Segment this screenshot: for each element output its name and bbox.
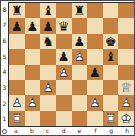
square-c2[interactable] xyxy=(40,95,56,110)
file-label-b: b xyxy=(24,127,40,135)
white-pawn: ♟♙ xyxy=(118,95,134,110)
square-e2[interactable] xyxy=(72,95,88,110)
square-d1[interactable] xyxy=(56,111,72,126)
square-c6[interactable]: ♞ xyxy=(40,34,56,49)
square-a1[interactable]: ♜♖ xyxy=(9,111,25,126)
square-g7[interactable] xyxy=(103,18,119,33)
square-e5[interactable]: ♟♙ xyxy=(72,49,88,64)
square-a5[interactable] xyxy=(9,49,25,64)
rank-label-1: 1 xyxy=(1,111,8,127)
file-label-c: c xyxy=(40,127,56,135)
black-rook: ♜ xyxy=(9,3,25,18)
square-h3[interactable]: ♛♕ xyxy=(118,80,134,95)
square-d2[interactable] xyxy=(56,95,72,110)
square-a3[interactable] xyxy=(9,80,25,95)
white-pawn: ♟♙ xyxy=(25,95,41,110)
square-f6[interactable] xyxy=(87,34,103,49)
square-f2[interactable]: ♟♙ xyxy=(87,95,103,110)
file-labels: abcdefgh xyxy=(8,127,135,135)
square-b6[interactable] xyxy=(25,34,41,49)
square-a7[interactable]: ♟ xyxy=(9,18,25,33)
square-b1[interactable] xyxy=(25,111,41,126)
rank-label-4: 4 xyxy=(1,65,8,81)
square-h6[interactable] xyxy=(118,34,134,49)
square-c1[interactable] xyxy=(40,111,56,126)
rank-label-7: 7 xyxy=(1,18,8,34)
square-f7[interactable] xyxy=(87,18,103,33)
square-a4[interactable] xyxy=(9,65,25,80)
square-b2[interactable]: ♟♙ xyxy=(25,95,41,110)
square-e8[interactable]: ♜ xyxy=(72,3,88,18)
file-label-f: f xyxy=(87,127,103,135)
square-h1[interactable]: ♚♔ xyxy=(118,111,134,126)
square-d8[interactable] xyxy=(56,3,72,18)
rank-label-3: 3 xyxy=(1,80,8,96)
square-c4[interactable] xyxy=(40,65,56,80)
board: ♜♝♜♟♟♟♛♞♟♚♟♟♙♝♟♙♟♟♙♛♕♟♙♟♙♟♙♟♙♜♖♜♖♚♔ xyxy=(8,2,135,127)
square-h5[interactable] xyxy=(118,49,134,64)
black-queen: ♛ xyxy=(56,18,72,33)
square-f3[interactable] xyxy=(87,80,103,95)
square-b5[interactable] xyxy=(25,49,41,64)
square-a2[interactable]: ♟♙ xyxy=(9,95,25,110)
black-pawn: ♟ xyxy=(40,18,56,33)
white-rook: ♜♖ xyxy=(9,111,25,126)
square-d7[interactable]: ♛ xyxy=(56,18,72,33)
black-pawn: ♟ xyxy=(56,49,72,64)
square-b3[interactable] xyxy=(25,80,41,95)
square-f8[interactable] xyxy=(87,3,103,18)
chess-diagram: 87654321 ♜♝♜♟♟♟♛♞♟♚♟♟♙♝♟♙♟♟♙♛♕♟♙♟♙♟♙♟♙♜♖… xyxy=(0,0,135,136)
black-pawn: ♟ xyxy=(87,65,103,80)
square-f1[interactable] xyxy=(87,111,103,126)
file-label-g: g xyxy=(103,127,119,135)
rank-labels: 87654321 xyxy=(1,2,8,127)
file-label-e: e xyxy=(72,127,88,135)
file-label-h: h xyxy=(119,127,135,135)
black-bishop: ♝ xyxy=(40,3,56,18)
rank-label-2: 2 xyxy=(1,96,8,112)
black-king: ♚ xyxy=(103,34,119,49)
rank-label-5: 5 xyxy=(1,49,8,65)
square-d4[interactable]: ♟♙ xyxy=(56,65,72,80)
square-a6[interactable] xyxy=(9,34,25,49)
file-label-a: a xyxy=(8,127,24,135)
black-pawn: ♟ xyxy=(9,18,25,33)
square-c5[interactable] xyxy=(40,49,56,64)
square-h2[interactable]: ♟♙ xyxy=(118,95,134,110)
square-a8[interactable]: ♜ xyxy=(9,3,25,18)
square-g1[interactable]: ♜♖ xyxy=(103,111,119,126)
square-c3[interactable]: ♟♙ xyxy=(40,80,56,95)
square-g4[interactable] xyxy=(103,65,119,80)
rank-label-6: 6 xyxy=(1,33,8,49)
square-d3[interactable] xyxy=(56,80,72,95)
white-queen: ♛♕ xyxy=(118,80,134,95)
square-g5[interactable]: ♝ xyxy=(103,49,119,64)
black-knight: ♞ xyxy=(40,34,56,49)
square-c8[interactable]: ♝ xyxy=(40,3,56,18)
white-pawn: ♟♙ xyxy=(72,49,88,64)
square-h8[interactable] xyxy=(118,3,134,18)
black-rook: ♜ xyxy=(72,3,88,18)
square-e4[interactable] xyxy=(72,65,88,80)
square-f5[interactable] xyxy=(87,49,103,64)
square-b4[interactable] xyxy=(25,65,41,80)
square-e3[interactable] xyxy=(72,80,88,95)
white-pawn: ♟♙ xyxy=(56,65,72,80)
square-h7[interactable] xyxy=(118,18,134,33)
square-g8[interactable] xyxy=(103,3,119,18)
white-rook: ♜♖ xyxy=(103,111,119,126)
square-e6[interactable]: ♟ xyxy=(72,34,88,49)
square-b8[interactable] xyxy=(25,3,41,18)
square-e7[interactable] xyxy=(72,18,88,33)
square-d6[interactable] xyxy=(56,34,72,49)
black-bishop: ♝ xyxy=(103,49,119,64)
square-d5[interactable]: ♟ xyxy=(56,49,72,64)
black-pawn: ♟ xyxy=(72,34,88,49)
square-e1[interactable] xyxy=(72,111,88,126)
white-king: ♚♔ xyxy=(118,111,134,126)
square-f4[interactable]: ♟ xyxy=(87,65,103,80)
white-pawn: ♟♙ xyxy=(9,95,25,110)
white-to-move-indicator xyxy=(2,129,7,134)
white-pawn: ♟♙ xyxy=(40,80,56,95)
square-b7[interactable]: ♟ xyxy=(25,18,41,33)
square-c7[interactable]: ♟ xyxy=(40,18,56,33)
black-pawn: ♟ xyxy=(25,18,41,33)
file-label-d: d xyxy=(56,127,72,135)
square-g6[interactable]: ♚ xyxy=(103,34,119,49)
square-g3[interactable] xyxy=(103,80,119,95)
white-pawn: ♟♙ xyxy=(87,95,103,110)
rank-label-8: 8 xyxy=(1,2,8,18)
square-g2[interactable] xyxy=(103,95,119,110)
square-h4[interactable] xyxy=(118,65,134,80)
